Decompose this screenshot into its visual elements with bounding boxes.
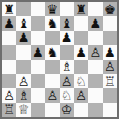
square-f2[interactable]: ♙ bbox=[74, 88, 88, 102]
square-e7[interactable]: ♝ bbox=[60, 16, 74, 30]
square-c8[interactable] bbox=[31, 2, 45, 16]
square-g5[interactable]: ♙ bbox=[88, 45, 102, 59]
square-d7[interactable]: ♞ bbox=[45, 16, 59, 30]
board-grid: ♜♛♜♚♟♝♞♝♟♟♟♟♞♟♙♟♗♙♙♙♘♖♙♗♙♘♙♖♕♔ bbox=[2, 2, 117, 117]
square-b2[interactable]: ♗ bbox=[16, 88, 30, 102]
square-f7[interactable] bbox=[74, 16, 88, 30]
square-e8[interactable] bbox=[60, 2, 74, 16]
square-d5[interactable]: ♞ bbox=[45, 45, 59, 59]
square-a5[interactable] bbox=[2, 45, 16, 59]
square-c2[interactable] bbox=[31, 88, 45, 102]
square-g3[interactable] bbox=[88, 74, 102, 88]
square-h5[interactable]: ♟ bbox=[103, 45, 117, 59]
square-g1[interactable] bbox=[88, 103, 102, 117]
piece-black-knight: ♞ bbox=[46, 45, 58, 58]
piece-black-pawn: ♟ bbox=[3, 17, 15, 30]
piece-white-rook: ♖ bbox=[104, 74, 116, 87]
square-f5[interactable]: ♟ bbox=[74, 45, 88, 59]
square-e1[interactable]: ♔ bbox=[60, 103, 74, 117]
piece-white-rook: ♖ bbox=[3, 103, 15, 116]
square-c1[interactable] bbox=[31, 103, 45, 117]
piece-white-pawn: ♙ bbox=[61, 74, 73, 87]
piece-black-bishop: ♝ bbox=[61, 17, 73, 30]
square-h8[interactable]: ♚ bbox=[103, 2, 117, 16]
piece-black-rook: ♜ bbox=[3, 2, 15, 15]
square-h4[interactable]: ♙ bbox=[103, 60, 117, 74]
square-e4[interactable]: ♗ bbox=[60, 60, 74, 74]
square-a1[interactable]: ♖ bbox=[2, 103, 16, 117]
square-f6[interactable] bbox=[74, 31, 88, 45]
piece-black-bishop: ♝ bbox=[18, 17, 30, 30]
piece-black-pawn: ♟ bbox=[90, 17, 102, 30]
piece-white-pawn: ♙ bbox=[104, 60, 116, 73]
square-g7[interactable]: ♟ bbox=[88, 16, 102, 30]
square-c7[interactable] bbox=[31, 16, 45, 30]
square-b3[interactable]: ♙ bbox=[16, 74, 30, 88]
piece-white-bishop: ♗ bbox=[18, 88, 30, 101]
square-g8[interactable] bbox=[88, 2, 102, 16]
piece-black-king: ♚ bbox=[104, 2, 116, 15]
piece-black-pawn: ♟ bbox=[75, 45, 87, 58]
square-b8[interactable] bbox=[16, 2, 30, 16]
piece-white-knight: ♘ bbox=[61, 88, 73, 101]
square-a3[interactable] bbox=[2, 74, 16, 88]
square-b7[interactable]: ♝ bbox=[16, 16, 30, 30]
square-c6[interactable] bbox=[31, 31, 45, 45]
piece-white-pawn: ♙ bbox=[18, 74, 30, 87]
square-h6[interactable] bbox=[103, 31, 117, 45]
chess-board: ♜♛♜♚♟♝♞♝♟♟♟♟♞♟♙♟♗♙♙♙♘♖♙♗♙♘♙♖♕♔ bbox=[0, 0, 119, 119]
square-f1[interactable] bbox=[74, 103, 88, 117]
piece-black-queen: ♛ bbox=[46, 2, 58, 15]
square-d1[interactable] bbox=[45, 103, 59, 117]
square-b6[interactable]: ♟ bbox=[16, 31, 30, 45]
piece-black-rook: ♜ bbox=[75, 2, 87, 15]
square-d6[interactable] bbox=[45, 31, 59, 45]
square-c5[interactable]: ♟ bbox=[31, 45, 45, 59]
square-a7[interactable]: ♟ bbox=[2, 16, 16, 30]
square-g4[interactable] bbox=[88, 60, 102, 74]
square-e5[interactable] bbox=[60, 45, 74, 59]
square-g6[interactable] bbox=[88, 31, 102, 45]
piece-black-knight: ♞ bbox=[46, 17, 58, 30]
piece-white-bishop: ♗ bbox=[61, 60, 73, 73]
piece-white-pawn: ♙ bbox=[46, 88, 58, 101]
square-d3[interactable] bbox=[45, 74, 59, 88]
square-e3[interactable]: ♙ bbox=[60, 74, 74, 88]
piece-white-pawn: ♙ bbox=[75, 88, 87, 101]
piece-black-pawn: ♟ bbox=[61, 31, 73, 44]
square-e6[interactable]: ♟ bbox=[60, 31, 74, 45]
square-h2[interactable] bbox=[103, 88, 117, 102]
piece-black-pawn: ♟ bbox=[18, 31, 30, 44]
square-h7[interactable] bbox=[103, 16, 117, 30]
piece-white-knight: ♘ bbox=[75, 74, 87, 87]
square-d4[interactable] bbox=[45, 60, 59, 74]
square-f4[interactable] bbox=[74, 60, 88, 74]
piece-white-pawn: ♙ bbox=[3, 88, 15, 101]
square-f8[interactable]: ♜ bbox=[74, 2, 88, 16]
square-f3[interactable]: ♘ bbox=[74, 74, 88, 88]
square-a2[interactable]: ♙ bbox=[2, 88, 16, 102]
piece-white-queen: ♕ bbox=[18, 103, 30, 116]
square-g2[interactable] bbox=[88, 88, 102, 102]
piece-black-pawn: ♟ bbox=[32, 45, 44, 58]
piece-white-king: ♔ bbox=[61, 103, 73, 116]
square-b1[interactable]: ♕ bbox=[16, 103, 30, 117]
square-a6[interactable] bbox=[2, 31, 16, 45]
square-a4[interactable] bbox=[2, 60, 16, 74]
piece-white-pawn: ♙ bbox=[90, 45, 102, 58]
square-e2[interactable]: ♘ bbox=[60, 88, 74, 102]
square-c4[interactable] bbox=[31, 60, 45, 74]
square-b5[interactable] bbox=[16, 45, 30, 59]
square-d8[interactable]: ♛ bbox=[45, 2, 59, 16]
square-b4[interactable] bbox=[16, 60, 30, 74]
square-d2[interactable]: ♙ bbox=[45, 88, 59, 102]
square-a8[interactable]: ♜ bbox=[2, 2, 16, 16]
square-h3[interactable]: ♖ bbox=[103, 74, 117, 88]
square-c3[interactable] bbox=[31, 74, 45, 88]
square-h1[interactable] bbox=[103, 103, 117, 117]
piece-black-pawn: ♟ bbox=[104, 45, 116, 58]
